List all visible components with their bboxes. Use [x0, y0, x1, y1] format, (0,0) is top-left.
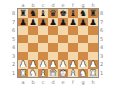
square-c1[interactable]: ♝: [38, 69, 48, 78]
file-label-bottom-f: f: [68, 79, 78, 85]
square-d1[interactable]: ♛: [48, 69, 58, 78]
square-b2[interactable]: ♟: [28, 60, 38, 69]
piece-white-pawn[interactable]: ♟: [59, 60, 67, 68]
square-g7[interactable]: ♟: [78, 18, 88, 27]
square-g3[interactable]: [78, 52, 88, 61]
piece-white-rook[interactable]: ♜: [19, 69, 27, 77]
square-e1[interactable]: ♚: [58, 69, 68, 78]
square-d3[interactable]: [48, 52, 58, 61]
rank-label-right-8: 8: [99, 9, 104, 18]
square-c2[interactable]: ♟: [38, 60, 48, 69]
square-h1[interactable]: ♜: [88, 69, 98, 78]
rank-label-right-5: 5: [99, 35, 104, 44]
rank-label-right-3: 3: [99, 52, 104, 61]
piece-white-pawn[interactable]: ♟: [49, 60, 57, 68]
rank-label-left-4: 4: [11, 43, 16, 52]
square-a2[interactable]: ♟: [18, 60, 28, 69]
rank-label-left-6: 6: [11, 26, 16, 35]
piece-black-rook[interactable]: ♜: [19, 9, 27, 17]
file-label-bottom-c: c: [38, 79, 48, 85]
piece-black-pawn[interactable]: ♟: [89, 18, 97, 26]
square-a4[interactable]: [18, 43, 28, 52]
square-e4[interactable]: [58, 43, 68, 52]
square-h3[interactable]: [88, 52, 98, 61]
rank-label-left-7: 7: [11, 18, 16, 27]
file-label-bottom-b: b: [28, 79, 38, 85]
file-label-bottom-d: d: [48, 79, 58, 85]
piece-black-knight[interactable]: ♞: [29, 9, 37, 17]
square-g8[interactable]: ♞: [78, 9, 88, 18]
piece-black-bishop[interactable]: ♝: [69, 9, 77, 17]
square-f3[interactable]: [68, 52, 78, 61]
file-label-bottom-e: e: [58, 79, 68, 85]
square-d7[interactable]: ♟: [48, 18, 58, 27]
square-b1[interactable]: ♞: [28, 69, 38, 78]
file-label-bottom-g: g: [78, 79, 88, 85]
rank-labels-right: 87654321: [99, 9, 104, 77]
square-b7[interactable]: ♟: [28, 18, 38, 27]
square-c6[interactable]: [38, 26, 48, 35]
square-c8[interactable]: ♝: [38, 9, 48, 18]
square-c7[interactable]: ♟: [38, 18, 48, 27]
piece-white-knight[interactable]: ♞: [29, 69, 37, 77]
piece-black-knight[interactable]: ♞: [79, 9, 87, 17]
piece-black-pawn[interactable]: ♟: [19, 18, 27, 26]
piece-black-queen[interactable]: ♛: [49, 9, 57, 17]
square-a8[interactable]: ♜: [18, 9, 28, 18]
rank-label-left-8: 8: [11, 9, 16, 18]
square-g4[interactable]: [78, 43, 88, 52]
piece-white-knight[interactable]: ♞: [79, 69, 87, 77]
rank-label-left-1: 1: [11, 69, 16, 78]
rank-label-right-2: 2: [99, 60, 104, 69]
rank-label-right-4: 4: [99, 43, 104, 52]
square-d4[interactable]: [48, 43, 58, 52]
square-g2[interactable]: ♟: [78, 60, 88, 69]
piece-white-bishop[interactable]: ♝: [39, 69, 47, 77]
file-labels-bottom: abcdefgh: [18, 79, 98, 85]
piece-white-pawn[interactable]: ♟: [69, 60, 77, 68]
square-e8[interactable]: ♚: [58, 9, 68, 18]
piece-white-king[interactable]: ♚: [59, 69, 67, 77]
square-a1[interactable]: ♜: [18, 69, 28, 78]
square-c3[interactable]: [38, 52, 48, 61]
rank-label-right-6: 6: [99, 26, 104, 35]
square-g5[interactable]: [78, 35, 88, 44]
square-e7[interactable]: ♟: [58, 18, 68, 27]
square-b3[interactable]: [28, 52, 38, 61]
piece-black-king[interactable]: ♚: [59, 9, 67, 17]
square-a7[interactable]: ♟: [18, 18, 28, 27]
square-e3[interactable]: [58, 52, 68, 61]
square-c4[interactable]: [38, 43, 48, 52]
square-h8[interactable]: ♜: [88, 9, 98, 18]
square-f6[interactable]: [68, 26, 78, 35]
square-a3[interactable]: [18, 52, 28, 61]
square-f2[interactable]: ♟: [68, 60, 78, 69]
rank-label-right-1: 1: [99, 69, 104, 78]
square-b5[interactable]: [28, 35, 38, 44]
piece-white-bishop[interactable]: ♝: [69, 69, 77, 77]
square-d2[interactable]: ♟: [48, 60, 58, 69]
piece-black-pawn[interactable]: ♟: [59, 18, 67, 26]
square-d5[interactable]: [48, 35, 58, 44]
file-label-bottom-a: a: [18, 79, 28, 85]
square-f7[interactable]: ♟: [68, 18, 78, 27]
square-a6[interactable]: [18, 26, 28, 35]
square-a5[interactable]: [18, 35, 28, 44]
piece-white-pawn[interactable]: ♟: [89, 60, 97, 68]
piece-white-pawn[interactable]: ♟: [19, 60, 27, 68]
rank-label-left-2: 2: [11, 60, 16, 69]
square-b4[interactable]: [28, 43, 38, 52]
file-label-bottom-h: h: [88, 79, 98, 85]
square-h7[interactable]: ♟: [88, 18, 98, 27]
square-d6[interactable]: [48, 26, 58, 35]
square-e6[interactable]: [58, 26, 68, 35]
square-g6[interactable]: [78, 26, 88, 35]
piece-black-pawn[interactable]: ♟: [49, 18, 57, 26]
piece-black-pawn[interactable]: ♟: [69, 18, 77, 26]
square-c5[interactable]: [38, 35, 48, 44]
square-f5[interactable]: [68, 35, 78, 44]
square-d8[interactable]: ♛: [48, 9, 58, 18]
square-h6[interactable]: [88, 26, 98, 35]
chess-board: ♜♞♝♛♚♝♞♜♟♟♟♟♟♟♟♟♟♟♟♟♟♟♟♟♜♞♝♛♚♝♞♜: [17, 8, 99, 78]
piece-white-queen[interactable]: ♛: [49, 69, 57, 77]
piece-black-bishop[interactable]: ♝: [39, 9, 47, 17]
square-f8[interactable]: ♝: [68, 9, 78, 18]
rank-label-right-7: 7: [99, 18, 104, 27]
piece-white-pawn[interactable]: ♟: [79, 60, 87, 68]
piece-white-rook[interactable]: ♜: [89, 69, 97, 77]
square-g1[interactable]: ♞: [78, 69, 88, 78]
square-e5[interactable]: [58, 35, 68, 44]
piece-black-pawn[interactable]: ♟: [79, 18, 87, 26]
piece-black-pawn[interactable]: ♟: [39, 18, 47, 26]
rank-labels-left: 87654321: [11, 9, 16, 77]
square-h5[interactable]: [88, 35, 98, 44]
piece-black-rook[interactable]: ♜: [89, 9, 97, 17]
square-h2[interactable]: ♟: [88, 60, 98, 69]
square-f4[interactable]: [68, 43, 78, 52]
square-b8[interactable]: ♞: [28, 9, 38, 18]
square-e2[interactable]: ♟: [58, 60, 68, 69]
square-f1[interactable]: ♝: [68, 69, 78, 78]
piece-white-pawn[interactable]: ♟: [29, 60, 37, 68]
chess-board-page: abcdefgh 87654321 ♜♞♝♛♚♝♞♜♟♟♟♟♟♟♟♟♟♟♟♟♟♟…: [0, 0, 120, 90]
piece-white-pawn[interactable]: ♟: [39, 60, 47, 68]
rank-label-left-5: 5: [11, 35, 16, 44]
rank-label-left-3: 3: [11, 52, 16, 61]
square-h4[interactable]: [88, 43, 98, 52]
piece-black-pawn[interactable]: ♟: [29, 18, 37, 26]
square-b6[interactable]: [28, 26, 38, 35]
